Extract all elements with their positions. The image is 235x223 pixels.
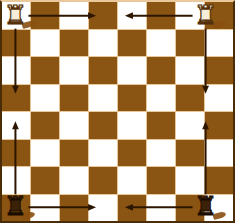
square-f5[interactable] bbox=[147, 85, 175, 112]
square-a3[interactable] bbox=[2, 140, 30, 167]
square-f7[interactable] bbox=[147, 30, 175, 57]
square-b6[interactable] bbox=[31, 57, 59, 84]
square-d2[interactable] bbox=[89, 167, 117, 194]
square-c5[interactable] bbox=[60, 85, 88, 112]
square-f8[interactable] bbox=[147, 2, 175, 29]
square-g5[interactable] bbox=[176, 85, 204, 112]
square-d4[interactable] bbox=[89, 112, 117, 139]
square-h7[interactable] bbox=[205, 30, 233, 57]
chess-diagram: ♜♜♜♜ bbox=[0, 0, 235, 223]
square-b4[interactable] bbox=[31, 112, 59, 139]
square-d7[interactable] bbox=[89, 30, 117, 57]
square-d6[interactable] bbox=[89, 57, 117, 84]
square-g2[interactable] bbox=[176, 167, 204, 194]
square-a2[interactable] bbox=[2, 167, 30, 194]
black-rook-a1[interactable]: ♜ bbox=[0, 193, 30, 221]
square-b3[interactable] bbox=[31, 140, 59, 167]
square-d1[interactable] bbox=[89, 195, 117, 222]
square-a4[interactable] bbox=[2, 112, 30, 139]
square-e8[interactable] bbox=[118, 2, 146, 29]
square-e2[interactable] bbox=[118, 167, 146, 194]
square-h6[interactable] bbox=[205, 57, 233, 84]
board-squares bbox=[2, 2, 233, 221]
square-b7[interactable] bbox=[31, 30, 59, 57]
square-e1[interactable] bbox=[118, 195, 146, 222]
square-c6[interactable] bbox=[60, 57, 88, 84]
square-e5[interactable] bbox=[118, 85, 146, 112]
square-e4[interactable] bbox=[118, 112, 146, 139]
square-g4[interactable] bbox=[176, 112, 204, 139]
square-f2[interactable] bbox=[147, 167, 175, 194]
square-h3[interactable] bbox=[205, 140, 233, 167]
square-d8[interactable] bbox=[89, 2, 117, 29]
square-g3[interactable] bbox=[176, 140, 204, 167]
white-rook-a8[interactable]: ♜ bbox=[0, 1, 30, 29]
square-b2[interactable] bbox=[31, 167, 59, 194]
square-b8[interactable] bbox=[31, 2, 59, 29]
square-h5[interactable] bbox=[205, 85, 233, 112]
square-c1[interactable] bbox=[60, 195, 88, 222]
square-b1[interactable] bbox=[31, 195, 59, 222]
square-c3[interactable] bbox=[60, 140, 88, 167]
square-g7[interactable] bbox=[176, 30, 204, 57]
square-f6[interactable] bbox=[147, 57, 175, 84]
square-b5[interactable] bbox=[31, 85, 59, 112]
square-c2[interactable] bbox=[60, 167, 88, 194]
black-rook-h1[interactable]: ♜ bbox=[191, 193, 221, 221]
square-c4[interactable] bbox=[60, 112, 88, 139]
square-e6[interactable] bbox=[118, 57, 146, 84]
chess-board: ♜♜♜♜ bbox=[0, 0, 235, 223]
square-c8[interactable] bbox=[60, 2, 88, 29]
square-e3[interactable] bbox=[118, 140, 146, 167]
white-rook-h8[interactable]: ♜ bbox=[191, 1, 221, 29]
square-c7[interactable] bbox=[60, 30, 88, 57]
square-f4[interactable] bbox=[147, 112, 175, 139]
square-d5[interactable] bbox=[89, 85, 117, 112]
square-g6[interactable] bbox=[176, 57, 204, 84]
square-f1[interactable] bbox=[147, 195, 175, 222]
square-f3[interactable] bbox=[147, 140, 175, 167]
square-h4[interactable] bbox=[205, 112, 233, 139]
square-a7[interactable] bbox=[2, 30, 30, 57]
square-e7[interactable] bbox=[118, 30, 146, 57]
square-a5[interactable] bbox=[2, 85, 30, 112]
square-a6[interactable] bbox=[2, 57, 30, 84]
square-h2[interactable] bbox=[205, 167, 233, 194]
square-d3[interactable] bbox=[89, 140, 117, 167]
